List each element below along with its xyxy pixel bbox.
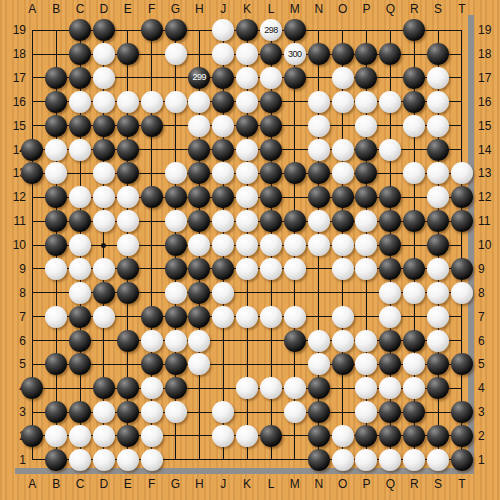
stone-black [165, 19, 187, 41]
stone-white [165, 210, 187, 232]
coordinate-label-right: 11 [478, 214, 500, 228]
stone-black [45, 234, 67, 256]
coordinate-label-top: L [262, 2, 280, 16]
coordinate-label-right: 18 [478, 47, 500, 61]
stone-black [355, 43, 377, 65]
stone-white [93, 162, 115, 184]
stone-white [69, 282, 91, 304]
stone-white [260, 234, 282, 256]
stone-white [332, 330, 354, 352]
stone-white [427, 258, 449, 280]
stone-white [45, 139, 67, 161]
stone-white [403, 162, 425, 184]
move-number-label: 300 [288, 50, 302, 59]
stone-white [332, 425, 354, 447]
stone-white [332, 162, 354, 184]
stone-black [141, 115, 163, 137]
stone-black [379, 210, 401, 232]
stone-black [45, 449, 67, 471]
stone-white [379, 139, 401, 161]
coordinate-label-top: D [95, 2, 113, 16]
coordinate-label-top: E [119, 2, 137, 16]
stone-white [355, 449, 377, 471]
stone-white [355, 401, 377, 423]
stone-black [308, 425, 330, 447]
stone-black [45, 210, 67, 232]
stone-black [165, 258, 187, 280]
stone-black [69, 330, 91, 352]
stone-white [188, 115, 210, 137]
coordinate-label-left: 8 [2, 286, 26, 300]
coordinate-label-right: 13 [478, 166, 500, 180]
stone-white [427, 306, 449, 328]
coordinate-label-top: Q [381, 2, 399, 16]
stone-black [403, 210, 425, 232]
stone-black [188, 186, 210, 208]
coordinate-label-left: 16 [2, 95, 26, 109]
stone-white [165, 282, 187, 304]
stone-white [260, 306, 282, 328]
coordinate-label-bottom: N [310, 477, 328, 491]
stone-white [355, 377, 377, 399]
stone-white [427, 330, 449, 352]
stone-white [93, 67, 115, 89]
stone-white [260, 258, 282, 280]
stone-white [403, 115, 425, 137]
coordinate-label-left: 15 [2, 119, 26, 133]
stone-white [332, 91, 354, 113]
stone-white [236, 234, 258, 256]
stone-white [236, 67, 258, 89]
stone-white [45, 306, 67, 328]
stone-black [427, 139, 449, 161]
stone-white [355, 115, 377, 137]
stone-white [117, 186, 139, 208]
move-number-label: 298 [264, 26, 278, 35]
coordinate-label-right: 15 [478, 119, 500, 133]
stone-white [212, 210, 234, 232]
coordinate-label-top: F [143, 2, 161, 16]
stone-black [427, 425, 449, 447]
stone-black [117, 330, 139, 352]
stone-white [141, 91, 163, 113]
stone-black [379, 186, 401, 208]
stone-black [45, 67, 67, 89]
stone-black [451, 258, 473, 280]
stone-black [212, 258, 234, 280]
stone-black [308, 186, 330, 208]
stone-black [188, 282, 210, 304]
stone-white [93, 306, 115, 328]
coordinate-label-right: 10 [478, 238, 500, 252]
stone-white [93, 401, 115, 423]
stone-white [141, 377, 163, 399]
stone-black [69, 43, 91, 65]
stone-white [236, 306, 258, 328]
stone-black [165, 234, 187, 256]
coordinate-label-bottom: A [23, 477, 41, 491]
stone-black [188, 210, 210, 232]
stone-white [69, 186, 91, 208]
stone-white [117, 210, 139, 232]
stone-white [379, 282, 401, 304]
coordinate-label-bottom: T [453, 477, 471, 491]
go-game-screenshot: AABBCCDDEEFFGGHHJJKKLLMMNNOOPPQQRRSSTT19… [0, 0, 500, 500]
stone-white [212, 43, 234, 65]
stone-white: 298 [260, 19, 282, 41]
stone-black [451, 186, 473, 208]
coordinate-label-right: 6 [478, 334, 500, 348]
stone-black [260, 425, 282, 447]
stone-black [403, 425, 425, 447]
stone-black [379, 258, 401, 280]
stone-black [45, 401, 67, 423]
stone-black [308, 449, 330, 471]
stone-black [332, 353, 354, 375]
stone-black [45, 115, 67, 137]
stone-white [236, 162, 258, 184]
stone-black [308, 377, 330, 399]
stone-black [332, 210, 354, 232]
go-board[interactable]: AABBCCDDEEFFGGHHJJKKLLMMNNOOPPQQRRSSTT19… [0, 0, 500, 500]
stone-black [451, 210, 473, 232]
stone-white [260, 67, 282, 89]
coordinate-label-bottom: G [167, 477, 185, 491]
stone-black [93, 19, 115, 41]
stone-white [212, 19, 234, 41]
stone-white [117, 449, 139, 471]
stone-white [403, 449, 425, 471]
stone-black: 299 [188, 67, 210, 89]
coordinate-label-top: A [23, 2, 41, 16]
stone-white [284, 258, 306, 280]
coordinate-label-left: 3 [2, 405, 26, 419]
coordinate-label-left: 1 [2, 453, 26, 467]
stone-white [427, 115, 449, 137]
stone-black [165, 377, 187, 399]
stone-white [188, 91, 210, 113]
stone-white [451, 162, 473, 184]
coordinate-label-left: 11 [2, 214, 26, 228]
stone-white [427, 186, 449, 208]
stone-black [45, 353, 67, 375]
stone-white [165, 330, 187, 352]
coordinate-label-top: M [286, 2, 304, 16]
stone-black [117, 139, 139, 161]
coordinate-label-bottom: H [190, 477, 208, 491]
stone-black [427, 210, 449, 232]
stone-white [260, 377, 282, 399]
stone-black [403, 258, 425, 280]
stone-white [284, 306, 306, 328]
stone-black [117, 258, 139, 280]
stone-white [165, 43, 187, 65]
stone-white [212, 234, 234, 256]
coordinate-label-bottom: Q [381, 477, 399, 491]
stone-black [284, 210, 306, 232]
coordinate-label-right: 12 [478, 190, 500, 204]
stone-white [45, 162, 67, 184]
stone-white [427, 67, 449, 89]
stone-black [69, 353, 91, 375]
coordinate-label-bottom: E [119, 477, 137, 491]
coordinate-label-right: 8 [478, 286, 500, 300]
coordinate-label-top: R [405, 2, 423, 16]
stone-black [355, 186, 377, 208]
stone-white [332, 258, 354, 280]
stone-white: 300 [284, 43, 306, 65]
stone-black [93, 377, 115, 399]
coordinate-label-top: O [334, 2, 352, 16]
stone-black [188, 162, 210, 184]
stone-black [141, 186, 163, 208]
stone-white [69, 425, 91, 447]
coordinate-label-left: 17 [2, 71, 26, 85]
stone-white [93, 186, 115, 208]
stone-black [451, 353, 473, 375]
coordinate-label-bottom: K [238, 477, 256, 491]
star-point [101, 243, 106, 248]
stone-white [212, 401, 234, 423]
stone-black [117, 43, 139, 65]
stone-white [284, 401, 306, 423]
coordinate-label-left: 18 [2, 47, 26, 61]
stone-black [69, 19, 91, 41]
stone-white [93, 425, 115, 447]
stone-black [308, 162, 330, 184]
stone-black [45, 91, 67, 113]
stone-white [45, 425, 67, 447]
stone-white [212, 306, 234, 328]
stone-black [212, 186, 234, 208]
stone-white [93, 449, 115, 471]
stone-black [212, 91, 234, 113]
stone-black [284, 330, 306, 352]
stone-black [21, 139, 43, 161]
stone-white [165, 91, 187, 113]
stone-white [451, 282, 473, 304]
stone-black [284, 19, 306, 41]
stone-black [355, 67, 377, 89]
stone-white [308, 210, 330, 232]
stone-white [403, 282, 425, 304]
coordinate-label-left: 6 [2, 334, 26, 348]
stone-white [69, 258, 91, 280]
stone-white [427, 162, 449, 184]
stone-white [165, 162, 187, 184]
grid-line-vertical [461, 30, 462, 461]
stone-black [69, 306, 91, 328]
stone-black [427, 353, 449, 375]
coordinate-label-left: 5 [2, 357, 26, 371]
stone-white [355, 258, 377, 280]
stone-white [284, 234, 306, 256]
stone-white [308, 91, 330, 113]
coordinate-label-bottom: C [71, 477, 89, 491]
stone-black [260, 139, 282, 161]
stone-white [69, 91, 91, 113]
stone-black [93, 282, 115, 304]
coordinate-label-right: 14 [478, 143, 500, 157]
stone-white [427, 91, 449, 113]
stone-black [451, 401, 473, 423]
coordinate-label-left: 12 [2, 190, 26, 204]
stone-black [355, 139, 377, 161]
stone-white [355, 91, 377, 113]
stone-white [141, 330, 163, 352]
stone-white [141, 449, 163, 471]
stone-black [141, 19, 163, 41]
stone-black [260, 186, 282, 208]
stone-black [141, 353, 163, 375]
stone-black [141, 306, 163, 328]
stone-white [236, 425, 258, 447]
stone-black [403, 401, 425, 423]
coordinate-label-right: 3 [478, 405, 500, 419]
coordinate-label-top: C [71, 2, 89, 16]
stone-black [403, 91, 425, 113]
stone-black [379, 353, 401, 375]
stone-black [332, 43, 354, 65]
stone-black [379, 330, 401, 352]
stone-black [165, 186, 187, 208]
coordinate-label-bottom: M [286, 477, 304, 491]
coordinate-label-bottom: R [405, 477, 423, 491]
stone-white [332, 234, 354, 256]
stone-white [308, 353, 330, 375]
stone-black [69, 115, 91, 137]
coordinate-label-top: S [429, 2, 447, 16]
stone-white [141, 425, 163, 447]
coordinate-label-top: N [310, 2, 328, 16]
stone-white [284, 377, 306, 399]
stone-white [308, 234, 330, 256]
stone-white [332, 67, 354, 89]
stone-black [284, 162, 306, 184]
stone-white [69, 234, 91, 256]
stone-black [403, 19, 425, 41]
stone-white [69, 139, 91, 161]
stone-white [403, 353, 425, 375]
stone-white [188, 234, 210, 256]
stone-white [236, 258, 258, 280]
stone-black [332, 186, 354, 208]
coordinate-label-right: 1 [478, 453, 500, 467]
stone-black [212, 67, 234, 89]
stone-white [355, 353, 377, 375]
stone-black [379, 401, 401, 423]
stone-black [165, 306, 187, 328]
stone-black [355, 425, 377, 447]
coordinate-label-bottom: P [357, 477, 375, 491]
coordinate-label-bottom: O [334, 477, 352, 491]
stone-black [21, 377, 43, 399]
coordinate-label-left: 19 [2, 23, 26, 37]
stone-white [212, 162, 234, 184]
stone-white [355, 330, 377, 352]
coordinate-label-bottom: S [429, 477, 447, 491]
coordinate-label-right: 19 [478, 23, 500, 37]
move-number-label: 299 [193, 73, 207, 82]
coordinate-label-right: 7 [478, 310, 500, 324]
stone-black [379, 425, 401, 447]
coordinate-label-right: 16 [478, 95, 500, 109]
stone-white [236, 139, 258, 161]
stone-white [212, 115, 234, 137]
stone-white [332, 306, 354, 328]
stone-white [236, 186, 258, 208]
stone-white [236, 91, 258, 113]
coordinate-label-top: J [214, 2, 232, 16]
stone-white [93, 43, 115, 65]
coordinate-label-top: G [167, 2, 185, 16]
stone-black [260, 43, 282, 65]
stone-black [69, 67, 91, 89]
stone-black [21, 162, 43, 184]
stone-black [188, 306, 210, 328]
stone-black [236, 19, 258, 41]
stone-white [212, 425, 234, 447]
stone-white [427, 449, 449, 471]
stone-black [451, 425, 473, 447]
stone-white [93, 210, 115, 232]
stone-black [260, 115, 282, 137]
coordinate-label-top: P [357, 2, 375, 16]
stone-white [117, 234, 139, 256]
coordinate-label-right: 9 [478, 262, 500, 276]
stone-black [117, 425, 139, 447]
stone-black [117, 401, 139, 423]
stone-black [308, 43, 330, 65]
stone-white [236, 43, 258, 65]
stone-white [188, 353, 210, 375]
stone-white [332, 139, 354, 161]
stone-black [260, 91, 282, 113]
stone-black [403, 67, 425, 89]
stone-white [379, 91, 401, 113]
stone-black [188, 258, 210, 280]
stone-black [93, 139, 115, 161]
stone-white [93, 91, 115, 113]
stone-black [165, 353, 187, 375]
coordinate-label-top: H [190, 2, 208, 16]
stone-white [308, 139, 330, 161]
coordinate-label-top: K [238, 2, 256, 16]
stone-black [427, 234, 449, 256]
stone-white [45, 258, 67, 280]
stone-black [260, 162, 282, 184]
stone-white [379, 377, 401, 399]
coordinate-label-right: 5 [478, 357, 500, 371]
coordinate-label-top: T [453, 2, 471, 16]
stone-black [236, 115, 258, 137]
coordinate-label-bottom: B [47, 477, 65, 491]
stone-white [188, 330, 210, 352]
stone-white [355, 210, 377, 232]
stone-white [308, 330, 330, 352]
stone-black [427, 43, 449, 65]
stone-black [117, 115, 139, 137]
coordinate-label-left: 9 [2, 262, 26, 276]
stone-black [45, 186, 67, 208]
stone-white [117, 91, 139, 113]
stone-white [236, 210, 258, 232]
coordinate-label-bottom: L [262, 477, 280, 491]
stone-white [332, 449, 354, 471]
stone-black [69, 401, 91, 423]
coordinate-label-left: 7 [2, 310, 26, 324]
stone-black [379, 43, 401, 65]
